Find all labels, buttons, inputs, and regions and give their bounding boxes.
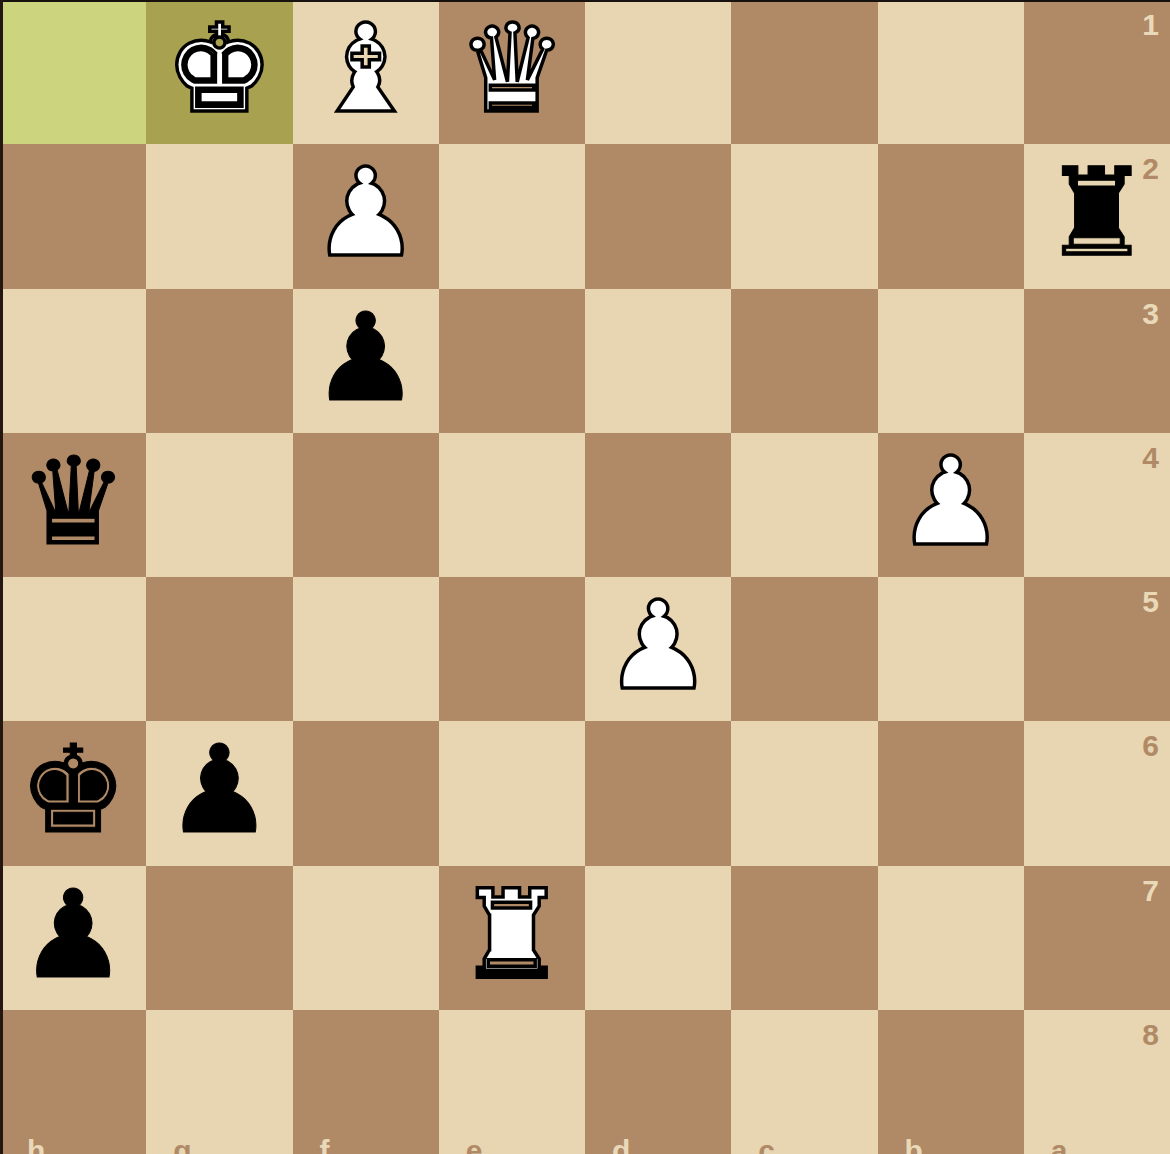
square-b2[interactable]	[878, 144, 1024, 288]
file-label-a: a	[1051, 1136, 1068, 1154]
rank-label-6: 6	[1142, 731, 1159, 761]
square-f8[interactable]: f	[293, 1010, 439, 1154]
square-c7[interactable]	[731, 866, 877, 1010]
file-label-h: h	[27, 1136, 45, 1154]
square-h1[interactable]	[0, 0, 146, 144]
black-pawn-piece[interactable]: ♟	[293, 289, 439, 433]
file-label-e: e	[466, 1136, 483, 1154]
square-c4[interactable]	[731, 433, 877, 577]
square-h7[interactable]: ♟	[0, 866, 146, 1010]
file-label-d: d	[612, 1136, 630, 1154]
square-g8[interactable]: g	[146, 1010, 292, 1154]
square-e1[interactable]: ♛	[439, 0, 585, 144]
file-label-c: c	[758, 1136, 775, 1154]
square-c8[interactable]: c	[731, 1010, 877, 1154]
square-b4[interactable]: ♟	[878, 433, 1024, 577]
white-king-piece[interactable]: ♚	[146, 0, 292, 144]
square-a3[interactable]: 3	[1024, 289, 1170, 433]
board-top-edge	[0, 0, 1170, 2]
square-f2[interactable]: ♟	[293, 144, 439, 288]
square-c1[interactable]	[731, 0, 877, 144]
square-h5[interactable]	[0, 577, 146, 721]
square-d1[interactable]	[585, 0, 731, 144]
square-h3[interactable]	[0, 289, 146, 433]
black-queen-piece[interactable]: ♛	[0, 433, 146, 577]
square-a4[interactable]: 4	[1024, 433, 1170, 577]
board-left-edge	[0, 0, 3, 1154]
square-g5[interactable]	[146, 577, 292, 721]
file-label-f: f	[320, 1136, 330, 1154]
square-a8[interactable]: 8a	[1024, 1010, 1170, 1154]
rank-label-4: 4	[1142, 443, 1159, 473]
square-a1[interactable]: 1	[1024, 0, 1170, 144]
square-f1[interactable]: ♝	[293, 0, 439, 144]
black-king-piece[interactable]: ♚	[0, 721, 146, 865]
square-c3[interactable]	[731, 289, 877, 433]
square-f7[interactable]	[293, 866, 439, 1010]
square-d3[interactable]	[585, 289, 731, 433]
rank-label-3: 3	[1142, 299, 1159, 329]
square-d5[interactable]: ♟	[585, 577, 731, 721]
square-b6[interactable]	[878, 721, 1024, 865]
square-b3[interactable]	[878, 289, 1024, 433]
square-h2[interactable]	[0, 144, 146, 288]
rank-label-8: 8	[1142, 1020, 1159, 1050]
black-rook-piece[interactable]: ♜	[1024, 144, 1170, 288]
square-e8[interactable]: e	[439, 1010, 585, 1154]
square-d7[interactable]	[585, 866, 731, 1010]
square-f4[interactable]	[293, 433, 439, 577]
square-e6[interactable]	[439, 721, 585, 865]
square-d4[interactable]	[585, 433, 731, 577]
square-g7[interactable]	[146, 866, 292, 1010]
square-d2[interactable]	[585, 144, 731, 288]
square-b7[interactable]	[878, 866, 1024, 1010]
square-b8[interactable]: b	[878, 1010, 1024, 1154]
square-d8[interactable]: d	[585, 1010, 731, 1154]
square-d6[interactable]	[585, 721, 731, 865]
square-h8[interactable]: h	[0, 1010, 146, 1154]
white-queen-piece[interactable]: ♛	[439, 0, 585, 144]
board-grid: ♚♝♛1♟♜2♟3♛♟4♟5♚♟6♟♜7hgfedcb8a	[0, 0, 1170, 1154]
white-rook-piece[interactable]: ♜	[439, 866, 585, 1010]
white-pawn-piece[interactable]: ♟	[878, 433, 1024, 577]
file-label-g: g	[173, 1136, 191, 1154]
square-g3[interactable]	[146, 289, 292, 433]
square-e5[interactable]	[439, 577, 585, 721]
chess-board: ♚♝♛1♟♜2♟3♛♟4♟5♚♟6♟♜7hgfedcb8a	[0, 0, 1170, 1154]
square-f3[interactable]: ♟	[293, 289, 439, 433]
square-c2[interactable]	[731, 144, 877, 288]
square-e2[interactable]	[439, 144, 585, 288]
square-e7[interactable]: ♜	[439, 866, 585, 1010]
rank-label-5: 5	[1142, 587, 1159, 617]
square-h4[interactable]: ♛	[0, 433, 146, 577]
square-e3[interactable]	[439, 289, 585, 433]
square-f6[interactable]	[293, 721, 439, 865]
file-label-b: b	[905, 1136, 923, 1154]
rank-label-1: 1	[1142, 10, 1159, 40]
square-g2[interactable]	[146, 144, 292, 288]
black-pawn-piece[interactable]: ♟	[146, 721, 292, 865]
black-pawn-piece[interactable]: ♟	[0, 866, 146, 1010]
square-a7[interactable]: 7	[1024, 866, 1170, 1010]
square-b5[interactable]	[878, 577, 1024, 721]
square-b1[interactable]	[878, 0, 1024, 144]
square-c5[interactable]	[731, 577, 877, 721]
square-g6[interactable]: ♟	[146, 721, 292, 865]
square-f5[interactable]	[293, 577, 439, 721]
white-bishop-piece[interactable]: ♝	[293, 0, 439, 144]
square-c6[interactable]	[731, 721, 877, 865]
square-a6[interactable]: 6	[1024, 721, 1170, 865]
square-a2[interactable]: ♜2	[1024, 144, 1170, 288]
square-a5[interactable]: 5	[1024, 577, 1170, 721]
square-g4[interactable]	[146, 433, 292, 577]
white-pawn-piece[interactable]: ♟	[293, 144, 439, 288]
square-h6[interactable]: ♚	[0, 721, 146, 865]
square-g1[interactable]: ♚	[146, 0, 292, 144]
rank-label-7: 7	[1142, 876, 1159, 906]
square-e4[interactable]	[439, 433, 585, 577]
white-pawn-piece[interactable]: ♟	[585, 577, 731, 721]
